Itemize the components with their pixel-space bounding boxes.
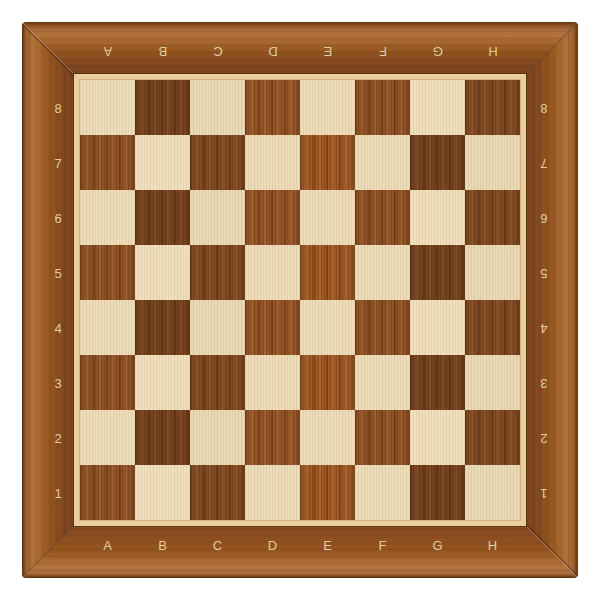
file-label-bottom-h: H bbox=[488, 539, 497, 552]
square-a7 bbox=[80, 135, 135, 190]
rank-label-right-4: 4 bbox=[540, 321, 547, 334]
rank-label-left-5: 5 bbox=[54, 266, 61, 279]
file-label-bottom-g: G bbox=[432, 539, 442, 552]
file-label-bottom-f: F bbox=[379, 539, 387, 552]
square-h5 bbox=[465, 245, 520, 300]
square-d8 bbox=[245, 80, 300, 135]
inner-maple-strip bbox=[74, 74, 526, 526]
square-g2 bbox=[410, 410, 465, 465]
square-c1 bbox=[190, 465, 245, 520]
square-c7 bbox=[190, 135, 245, 190]
rank-label-right-7: 7 bbox=[540, 156, 547, 169]
square-e6 bbox=[300, 190, 355, 245]
file-label-bottom-c: C bbox=[213, 539, 222, 552]
file-label-bottom-b: B bbox=[158, 539, 167, 552]
square-d5 bbox=[245, 245, 300, 300]
square-h8 bbox=[465, 80, 520, 135]
square-a5 bbox=[80, 245, 135, 300]
square-c2 bbox=[190, 410, 245, 465]
square-h1 bbox=[465, 465, 520, 520]
board-frame-left bbox=[22, 22, 74, 578]
file-label-top-e: E bbox=[323, 45, 332, 58]
rank-label-left-3: 3 bbox=[54, 376, 61, 389]
square-d6 bbox=[245, 190, 300, 245]
square-b5 bbox=[135, 245, 190, 300]
square-a2 bbox=[80, 410, 135, 465]
square-b8 bbox=[135, 80, 190, 135]
square-g3 bbox=[410, 355, 465, 410]
square-h7 bbox=[465, 135, 520, 190]
square-g1 bbox=[410, 465, 465, 520]
square-f6 bbox=[355, 190, 410, 245]
square-g8 bbox=[410, 80, 465, 135]
rank-label-left-7: 7 bbox=[54, 156, 61, 169]
board-frame-right bbox=[526, 22, 578, 578]
file-label-top-f: F bbox=[379, 45, 387, 58]
square-b4 bbox=[135, 300, 190, 355]
file-label-bottom-a: A bbox=[103, 539, 112, 552]
square-h6 bbox=[465, 190, 520, 245]
square-b2 bbox=[135, 410, 190, 465]
square-g6 bbox=[410, 190, 465, 245]
square-c3 bbox=[190, 355, 245, 410]
square-a8 bbox=[80, 80, 135, 135]
rank-label-right-3: 3 bbox=[540, 376, 547, 389]
square-c4 bbox=[190, 300, 245, 355]
rank-label-right-8: 8 bbox=[540, 101, 547, 114]
chess-board: ABCDEFGHABCDEFGH8765432187654321 bbox=[22, 22, 578, 578]
square-b3 bbox=[135, 355, 190, 410]
square-b6 bbox=[135, 190, 190, 245]
file-label-top-c: C bbox=[213, 45, 222, 58]
square-a1 bbox=[80, 465, 135, 520]
rank-label-right-2: 2 bbox=[540, 431, 547, 444]
square-b1 bbox=[135, 465, 190, 520]
square-b7 bbox=[135, 135, 190, 190]
square-g4 bbox=[410, 300, 465, 355]
file-label-top-b: B bbox=[158, 45, 167, 58]
square-f8 bbox=[355, 80, 410, 135]
rank-label-left-2: 2 bbox=[54, 431, 61, 444]
square-e4 bbox=[300, 300, 355, 355]
square-d1 bbox=[245, 465, 300, 520]
file-label-bottom-d: D bbox=[268, 539, 277, 552]
file-label-top-d: D bbox=[268, 45, 277, 58]
square-e8 bbox=[300, 80, 355, 135]
rank-label-right-6: 6 bbox=[540, 211, 547, 224]
squares-grid bbox=[80, 80, 520, 520]
square-c6 bbox=[190, 190, 245, 245]
rank-label-left-6: 6 bbox=[54, 211, 61, 224]
square-h4 bbox=[465, 300, 520, 355]
rank-label-right-1: 1 bbox=[540, 486, 547, 499]
square-a6 bbox=[80, 190, 135, 245]
square-e7 bbox=[300, 135, 355, 190]
file-label-bottom-e: E bbox=[323, 539, 332, 552]
square-f1 bbox=[355, 465, 410, 520]
square-g5 bbox=[410, 245, 465, 300]
square-c8 bbox=[190, 80, 245, 135]
square-e2 bbox=[300, 410, 355, 465]
square-e5 bbox=[300, 245, 355, 300]
square-a4 bbox=[80, 300, 135, 355]
square-d4 bbox=[245, 300, 300, 355]
square-e1 bbox=[300, 465, 355, 520]
square-e3 bbox=[300, 355, 355, 410]
square-f2 bbox=[355, 410, 410, 465]
square-h2 bbox=[465, 410, 520, 465]
file-label-top-a: A bbox=[103, 45, 112, 58]
file-label-top-h: H bbox=[488, 45, 497, 58]
square-f4 bbox=[355, 300, 410, 355]
square-f5 bbox=[355, 245, 410, 300]
rank-label-right-5: 5 bbox=[540, 266, 547, 279]
rank-label-left-1: 1 bbox=[54, 486, 61, 499]
square-c5 bbox=[190, 245, 245, 300]
square-d2 bbox=[245, 410, 300, 465]
square-d7 bbox=[245, 135, 300, 190]
square-g7 bbox=[410, 135, 465, 190]
square-f7 bbox=[355, 135, 410, 190]
square-a3 bbox=[80, 355, 135, 410]
square-h3 bbox=[465, 355, 520, 410]
file-label-top-g: G bbox=[432, 45, 442, 58]
rank-label-left-4: 4 bbox=[54, 321, 61, 334]
chessboard-photo: ABCDEFGHABCDEFGH8765432187654321 bbox=[0, 0, 600, 600]
square-d3 bbox=[245, 355, 300, 410]
rank-label-left-8: 8 bbox=[54, 101, 61, 114]
square-f3 bbox=[355, 355, 410, 410]
